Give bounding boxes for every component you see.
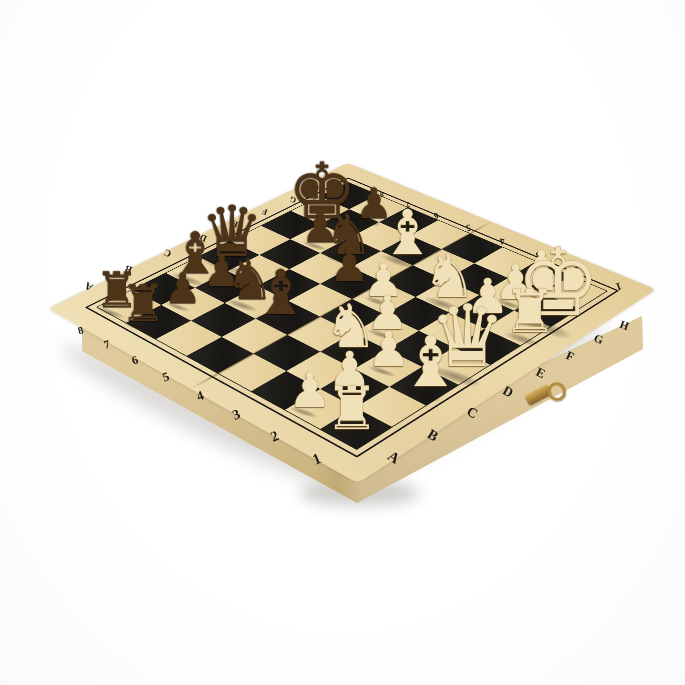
piece-shadow <box>120 318 152 334</box>
product-photo-stage: 1AA12BB23CC34DD45EE56FF67GG78HH8 ♜♝♛♚♜♟♟… <box>0 0 685 685</box>
piece-shadow <box>399 383 443 405</box>
white-rook-a1[interactable]: ♜ <box>325 378 379 438</box>
white-bishop-c1[interactable]: ♝ <box>399 327 462 397</box>
white-rook-f1[interactable]: ♜ <box>503 281 557 341</box>
piece-shadow <box>288 405 318 420</box>
piece-shadow <box>253 311 292 331</box>
piece-shadow <box>164 301 190 314</box>
black-pawn-b7[interactable]: ♟ <box>164 268 202 310</box>
piece-shadow <box>325 427 363 446</box>
black-bishop-c5[interactable]: ♝ <box>253 262 309 324</box>
black-rook-a7[interactable]: ♜ <box>120 278 165 328</box>
piece-shadow <box>503 329 541 348</box>
